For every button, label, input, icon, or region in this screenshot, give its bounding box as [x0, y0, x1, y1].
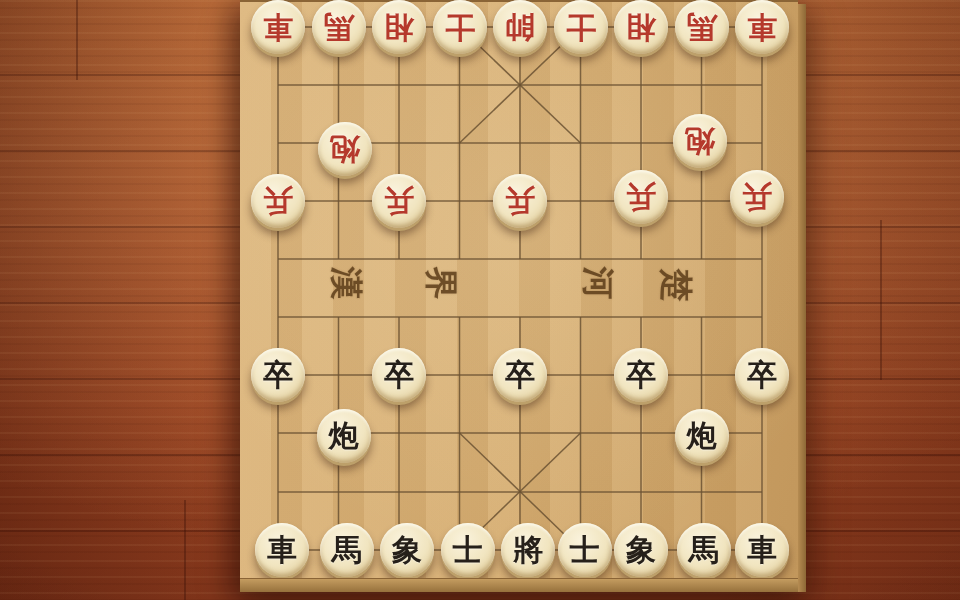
river-label: 河	[575, 267, 620, 300]
piece-red-f7-r1[interactable]: 相	[614, 0, 668, 54]
piece-character: 炮	[685, 126, 715, 156]
piece-red-f5-r1[interactable]: 帥	[493, 0, 547, 54]
piece-character: 士	[453, 535, 483, 565]
piece-character: 象	[392, 535, 422, 565]
piece-character: 車	[747, 535, 777, 565]
piece-character: 炮	[329, 421, 359, 451]
piece-red-f3-r1[interactable]: 相	[372, 0, 426, 54]
piece-character: 將	[513, 535, 543, 565]
piece-black-f1-r10[interactable]: 車	[255, 523, 309, 577]
piece-character: 兵	[384, 186, 414, 216]
xiangqi-board: 漢界河楚 車馬相士帥士相馬車炮炮兵兵兵兵兵卒卒卒卒卒炮炮車馬象士將士象馬車	[240, 0, 806, 594]
piece-red-f2-r1[interactable]: 馬	[312, 0, 366, 54]
piece-black-f3-r10[interactable]: 象	[380, 523, 434, 577]
piece-black-f4-r10[interactable]: 士	[441, 523, 495, 577]
piece-red-f5-r4[interactable]: 兵	[493, 174, 547, 228]
piece-black-f5-r10[interactable]: 將	[501, 523, 555, 577]
piece-black-f8-r10[interactable]: 馬	[677, 523, 731, 577]
board-surface: 漢界河楚 車馬相士帥士相馬車炮炮兵兵兵兵兵卒卒卒卒卒炮炮車馬象士將士象馬車	[240, 0, 798, 578]
river-label: 界	[418, 267, 463, 300]
piece-character: 炮	[687, 421, 717, 451]
piece-red-f2-r3[interactable]: 炮	[318, 122, 372, 176]
piece-character: 車	[747, 12, 777, 42]
piece-red-f3-r4[interactable]: 兵	[372, 174, 426, 228]
piece-black-f3-r7[interactable]: 卒	[372, 348, 426, 402]
piece-character: 帥	[505, 12, 535, 42]
piece-character: 卒	[384, 360, 414, 390]
piece-red-f1-r1[interactable]: 車	[251, 0, 305, 54]
piece-black-f8-r8[interactable]: 炮	[675, 409, 729, 463]
piece-black-f9-r10[interactable]: 車	[735, 523, 789, 577]
piece-character: 兵	[626, 182, 656, 212]
river-label: 楚	[653, 269, 698, 302]
piece-character: 炮	[330, 134, 360, 164]
piece-character: 兵	[742, 182, 772, 212]
floor-plank-seam	[880, 220, 882, 380]
piece-red-f8-r1[interactable]: 馬	[675, 0, 729, 54]
piece-red-f6-r1[interactable]: 士	[554, 0, 608, 54]
floor-plank-seam	[76, 0, 78, 80]
river-label: 漢	[323, 267, 368, 300]
piece-red-f8-r3[interactable]: 炮	[673, 114, 727, 168]
piece-character: 馬	[689, 535, 719, 565]
piece-character: 相	[384, 12, 414, 42]
piece-black-f7-r7[interactable]: 卒	[614, 348, 668, 402]
piece-character: 兵	[505, 186, 535, 216]
floor-plank-seam	[184, 500, 186, 600]
board-right-edge	[798, 4, 806, 592]
piece-black-f2-r8[interactable]: 炮	[317, 409, 371, 463]
piece-character: 兵	[263, 186, 293, 216]
piece-character: 馬	[332, 535, 362, 565]
piece-black-f1-r7[interactable]: 卒	[251, 348, 305, 402]
piece-black-f6-r10[interactable]: 士	[558, 523, 612, 577]
piece-character: 士	[570, 535, 600, 565]
piece-character: 卒	[505, 360, 535, 390]
piece-black-f7-r10[interactable]: 象	[614, 523, 668, 577]
piece-character: 馬	[687, 12, 717, 42]
piece-character: 馬	[324, 12, 354, 42]
piece-character: 車	[267, 535, 297, 565]
piece-character: 卒	[263, 360, 293, 390]
piece-black-f2-r10[interactable]: 馬	[320, 523, 374, 577]
piece-character: 車	[263, 12, 293, 42]
piece-black-f9-r7[interactable]: 卒	[735, 348, 789, 402]
piece-red-f1-r4[interactable]: 兵	[251, 174, 305, 228]
piece-character: 相	[626, 12, 656, 42]
piece-red-f4-r1[interactable]: 士	[433, 0, 487, 54]
piece-character: 士	[566, 12, 596, 42]
piece-character: 卒	[626, 360, 656, 390]
piece-red-f9-r4[interactable]: 兵	[730, 170, 784, 224]
piece-character: 象	[626, 535, 656, 565]
piece-black-f5-r7[interactable]: 卒	[493, 348, 547, 402]
board-bottom-edge	[240, 578, 798, 592]
piece-character: 卒	[747, 360, 777, 390]
piece-red-f9-r1[interactable]: 車	[735, 0, 789, 54]
piece-character: 士	[445, 12, 475, 42]
piece-red-f7-r4[interactable]: 兵	[614, 170, 668, 224]
